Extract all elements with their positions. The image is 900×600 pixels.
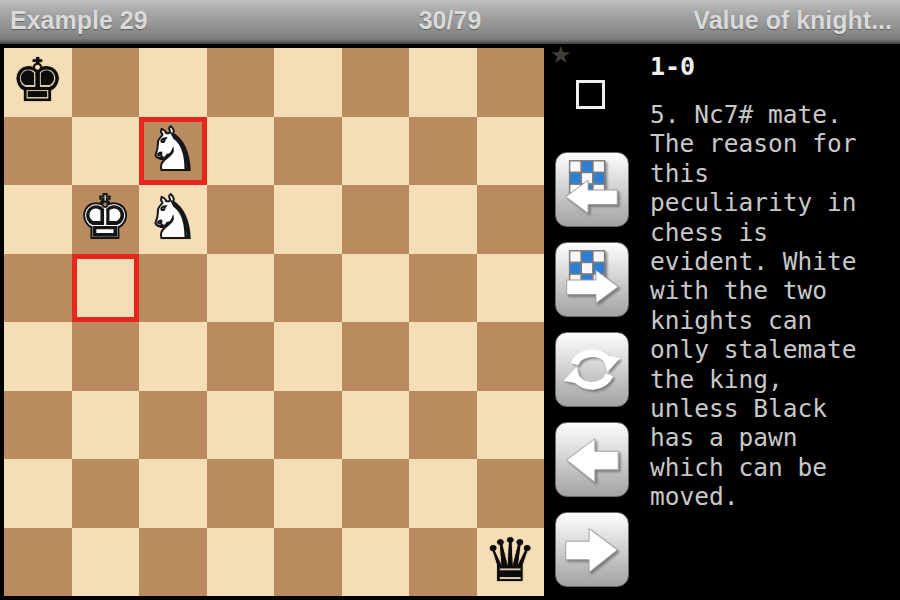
square-d4[interactable]	[207, 322, 275, 391]
board-arrow-left-icon	[556, 152, 628, 227]
square-c2[interactable]	[139, 459, 207, 528]
square-c8[interactable]	[139, 48, 207, 117]
square-a5[interactable]	[4, 254, 72, 323]
navigation-buttons	[555, 152, 629, 587]
side-panel: ★	[548, 44, 900, 600]
square-e5[interactable]	[274, 254, 342, 323]
square-h2[interactable]	[477, 459, 545, 528]
move-forward-button[interactable]	[555, 512, 629, 587]
square-c6[interactable]: ♞	[139, 185, 207, 254]
white-knight-piece: ♞	[146, 187, 200, 247]
square-b8[interactable]	[72, 48, 140, 117]
square-a4[interactable]	[4, 322, 72, 391]
square-h7[interactable]	[477, 117, 545, 186]
square-a8[interactable]: ♚	[4, 48, 72, 117]
square-g7[interactable]	[409, 117, 477, 186]
square-d7[interactable]	[207, 117, 275, 186]
square-h1[interactable]: ♛	[477, 528, 545, 597]
top-bar: Example 29 30/79 Value of knight...	[0, 0, 900, 44]
square-f4[interactable]	[342, 322, 410, 391]
move-commentary: 5. Nc7# mate. The reason for this peculi…	[650, 100, 900, 512]
square-b1[interactable]	[72, 528, 140, 597]
square-h4[interactable]	[477, 322, 545, 391]
square-g6[interactable]	[409, 185, 477, 254]
square-g8[interactable]	[409, 48, 477, 117]
square-a3[interactable]	[4, 391, 72, 460]
square-h6[interactable]	[477, 185, 545, 254]
square-d5[interactable]	[207, 254, 275, 323]
black-king-piece: ♚	[11, 50, 65, 110]
prev-variation-button[interactable]	[555, 152, 629, 227]
square-c4[interactable]	[139, 322, 207, 391]
square-b2[interactable]	[72, 459, 140, 528]
square-e3[interactable]	[274, 391, 342, 460]
chapter-title: Value of knight...	[693, 6, 892, 35]
white-king-piece: ♚	[78, 187, 132, 247]
square-d6[interactable]	[207, 185, 275, 254]
square-b7[interactable]	[72, 117, 140, 186]
square-e1[interactable]	[274, 528, 342, 597]
square-a2[interactable]	[4, 459, 72, 528]
square-d1[interactable]	[207, 528, 275, 597]
square-b5[interactable]	[72, 254, 140, 323]
square-g3[interactable]	[409, 391, 477, 460]
square-f3[interactable]	[342, 391, 410, 460]
square-a7[interactable]	[4, 117, 72, 186]
square-d3[interactable]	[207, 391, 275, 460]
square-f7[interactable]	[342, 117, 410, 186]
move-back-button[interactable]	[555, 422, 629, 497]
white-knight-piece: ♞	[146, 119, 200, 179]
square-h5[interactable]	[477, 254, 545, 323]
square-e8[interactable]	[274, 48, 342, 117]
square-c3[interactable]	[139, 391, 207, 460]
square-c1[interactable]	[139, 528, 207, 597]
bookmark-checkbox[interactable]	[576, 80, 605, 109]
board-frame: ♚♞♚♞♛	[0, 44, 548, 600]
square-f5[interactable]	[342, 254, 410, 323]
refresh-icon	[556, 332, 628, 407]
square-f8[interactable]	[342, 48, 410, 117]
square-f1[interactable]	[342, 528, 410, 597]
square-e4[interactable]	[274, 322, 342, 391]
flip-board-button[interactable]	[555, 332, 629, 407]
square-d8[interactable]	[207, 48, 275, 117]
chess-board[interactable]: ♚♞♚♞♛	[4, 48, 544, 596]
square-g4[interactable]	[409, 322, 477, 391]
square-g2[interactable]	[409, 459, 477, 528]
square-c5[interactable]	[139, 254, 207, 323]
square-g1[interactable]	[409, 528, 477, 597]
square-f6[interactable]	[342, 185, 410, 254]
square-g5[interactable]	[409, 254, 477, 323]
square-e2[interactable]	[274, 459, 342, 528]
black-queen-piece: ♛	[483, 530, 537, 590]
favorite-star-icon[interactable]: ★	[550, 41, 572, 69]
square-b4[interactable]	[72, 322, 140, 391]
square-f2[interactable]	[342, 459, 410, 528]
square-a6[interactable]	[4, 185, 72, 254]
arrow-left-icon	[556, 422, 628, 497]
square-h8[interactable]	[477, 48, 545, 117]
board-arrow-right-icon	[556, 242, 628, 317]
square-a1[interactable]	[4, 528, 72, 597]
next-variation-button[interactable]	[555, 242, 629, 317]
game-result: 1-0	[650, 52, 695, 81]
square-d2[interactable]	[207, 459, 275, 528]
square-b3[interactable]	[72, 391, 140, 460]
arrow-right-icon	[556, 512, 628, 587]
square-e6[interactable]	[274, 185, 342, 254]
square-e7[interactable]	[274, 117, 342, 186]
square-b6[interactable]: ♚	[72, 185, 140, 254]
square-h3[interactable]	[477, 391, 545, 460]
app-window: Example 29 30/79 Value of knight... ♚♞♚♞…	[0, 0, 900, 600]
square-c7[interactable]: ♞	[139, 117, 207, 186]
